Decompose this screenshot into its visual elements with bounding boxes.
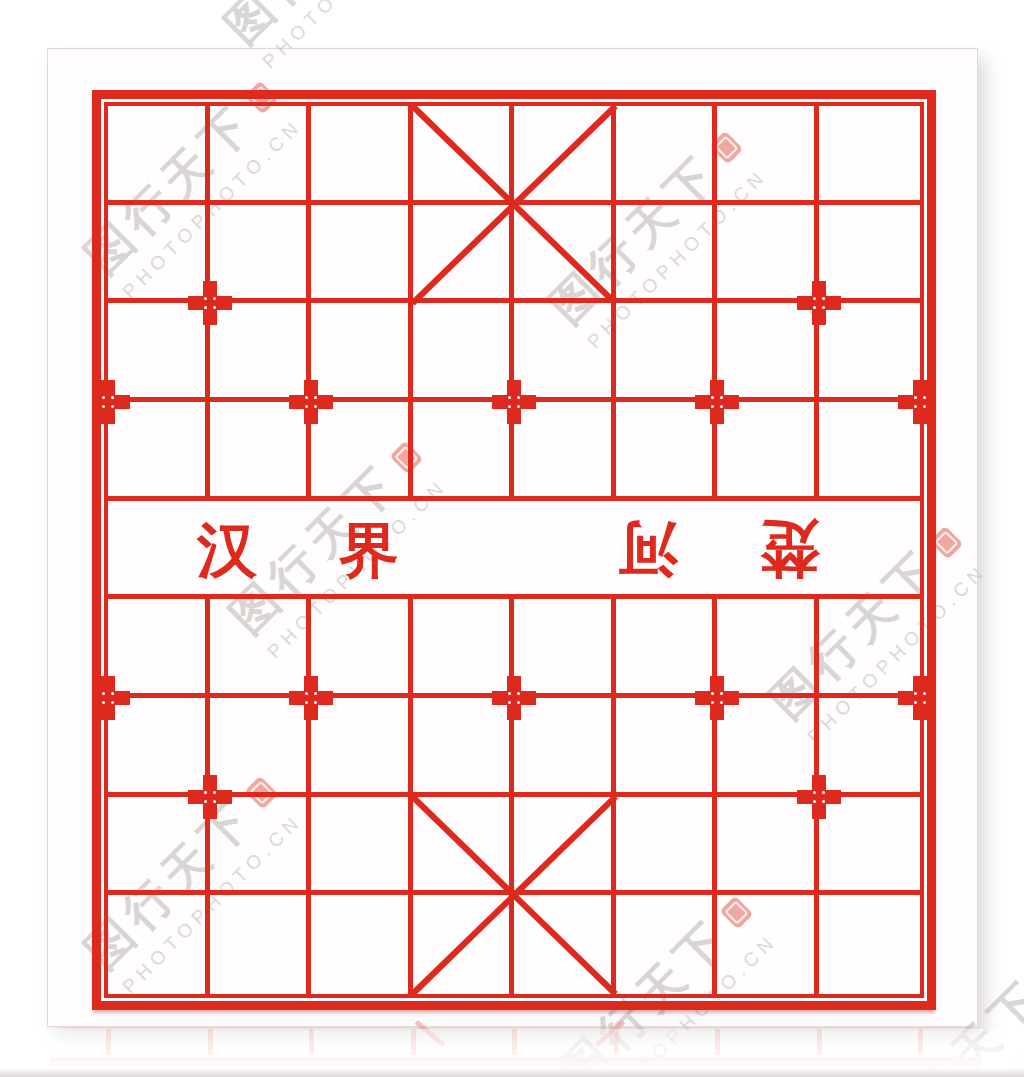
position-marker [86,676,130,720]
position-marker [188,775,232,819]
position-marker [289,676,333,720]
position-marker [797,281,841,325]
position-marker [492,676,536,720]
position-marker [695,380,739,424]
position-marker [695,676,739,720]
position-marker [797,775,841,819]
position-marker [86,380,130,424]
river-label-chu-he: 楚河 [540,501,820,599]
xiangqi-board: 汉界 楚河 [92,90,936,1010]
position-marker [289,380,333,424]
position-marker [898,380,942,424]
river-label-han-jie: 汉界 [197,501,481,599]
position-marker [188,281,232,325]
position-marker [492,380,536,424]
position-marker [898,676,942,720]
page-bottom-shade [0,1068,1024,1077]
